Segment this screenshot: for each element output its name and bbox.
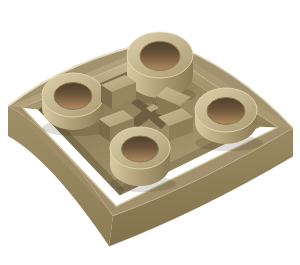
tube-left	[42, 73, 104, 130]
tube-front	[110, 127, 170, 186]
tube-front-hole	[122, 136, 159, 162]
tube-back	[127, 32, 193, 98]
tube-left-hole	[54, 83, 92, 110]
tube-right	[195, 88, 257, 144]
lego-part-photo: LEGO Tile 2 x 2 Inverted	[0, 0, 300, 265]
tube-back-hole	[140, 42, 180, 71]
tube-right-hole	[207, 98, 245, 125]
lego-piece-illustration	[0, 0, 300, 265]
